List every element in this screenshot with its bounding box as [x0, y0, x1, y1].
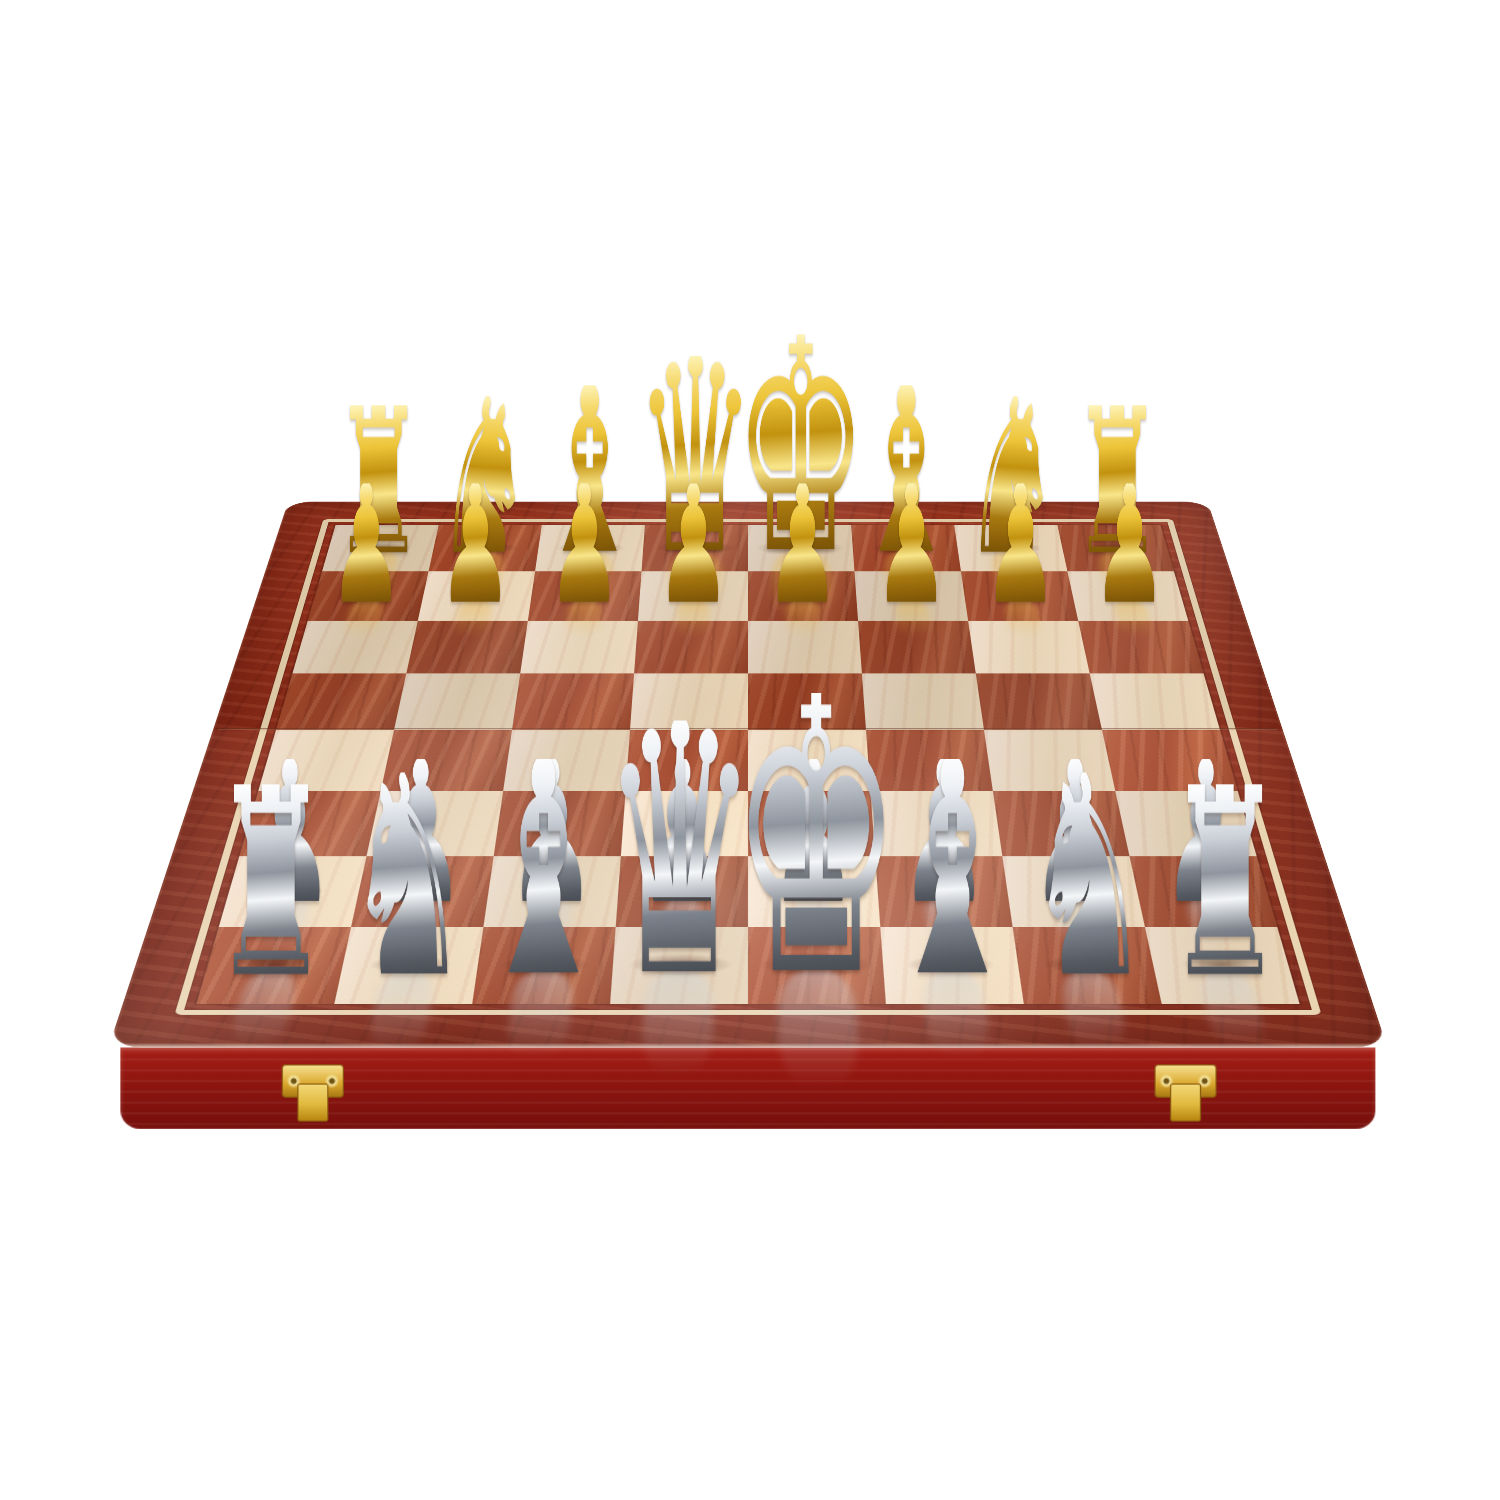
square-d8 [642, 525, 748, 571]
gold-latch-right [1154, 1064, 1216, 1097]
square-c8 [535, 525, 645, 571]
piece-reflection [365, 970, 437, 1053]
square-b8 [429, 525, 542, 571]
piece-reflection [777, 970, 860, 1086]
square-e8 [748, 525, 854, 571]
piece-silver-knight: ♞ [345, 772, 470, 982]
square-a7 [308, 571, 429, 620]
box-front-face [120, 1048, 1375, 1129]
square-b7 [418, 571, 535, 620]
square-a6 [292, 621, 417, 674]
square-h7 [1067, 571, 1188, 620]
square-f8 [851, 525, 961, 571]
square-a8 [322, 525, 439, 571]
square-c7 [528, 571, 642, 620]
piece-silver-bishop: ♝ [886, 758, 1020, 981]
square-g6 [968, 621, 1090, 674]
square-h8 [1057, 525, 1174, 571]
square-b6 [406, 621, 528, 674]
chess-board: ♜♞♝♛♚♝♞♜♟♟♟♟♟♟♟♟♟♟♟♟♟♟♟♟♜♞♝♛♚♝♞♜ [108, 502, 1387, 1048]
square-g8 [954, 525, 1067, 571]
gold-latch-left [282, 1064, 344, 1097]
square-g7 [961, 571, 1078, 620]
square-h6 [1078, 621, 1203, 674]
piece-silver-rook: ♜ [1166, 784, 1284, 982]
piece-reflection [922, 970, 992, 1058]
chess-set-photo: ♜♞♝♛♚♝♞♜♟♟♟♟♟♟♟♟♟♟♟♟♟♟♟♟♜♞♝♛♚♝♞♜ [0, 0, 1500, 1500]
piece-silver-rook: ♜ [212, 784, 330, 982]
piece-reflection [1059, 970, 1131, 1053]
piece-silver-king: ♚ [730, 692, 903, 981]
piece-reflection [640, 970, 715, 1074]
piece-silver-knight: ♞ [1026, 772, 1151, 982]
piece-reflection [504, 970, 574, 1058]
piece-silver-bishop: ♝ [477, 758, 611, 981]
